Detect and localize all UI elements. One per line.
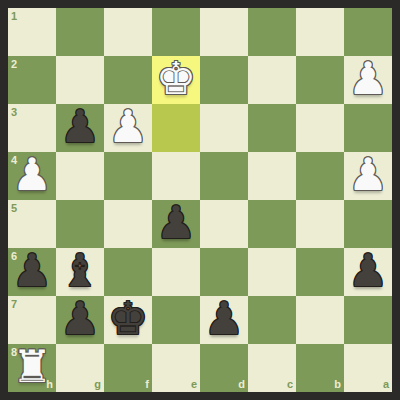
white-king[interactable]: ♚ bbox=[156, 55, 196, 103]
square-d1[interactable] bbox=[200, 8, 248, 56]
file-label-e: e bbox=[191, 379, 197, 390]
black-pawn[interactable]: ♟ bbox=[12, 247, 52, 295]
square-e7[interactable] bbox=[152, 296, 200, 344]
square-f7[interactable]: ♚ bbox=[104, 296, 152, 344]
square-d5[interactable] bbox=[200, 200, 248, 248]
square-e4[interactable] bbox=[152, 152, 200, 200]
square-g3[interactable]: ♟ bbox=[56, 104, 104, 152]
square-d6[interactable] bbox=[200, 248, 248, 296]
square-a7[interactable] bbox=[344, 296, 392, 344]
square-d7[interactable]: ♟ bbox=[200, 296, 248, 344]
square-h3[interactable]: 3 bbox=[8, 104, 56, 152]
square-f5[interactable] bbox=[104, 200, 152, 248]
square-d8[interactable]: d bbox=[200, 344, 248, 392]
square-g2[interactable] bbox=[56, 56, 104, 104]
black-bishop[interactable]: ♝ bbox=[60, 247, 100, 295]
chess-board: 12♚♟3♟♟4♟♟5♟6♟♝♟7♟♚♟8h♜gfedcba bbox=[8, 8, 392, 392]
square-b4[interactable] bbox=[296, 152, 344, 200]
square-b6[interactable] bbox=[296, 248, 344, 296]
square-a4[interactable]: ♟ bbox=[344, 152, 392, 200]
white-pawn[interactable]: ♟ bbox=[348, 55, 388, 103]
file-label-d: d bbox=[238, 379, 245, 390]
square-f4[interactable] bbox=[104, 152, 152, 200]
square-e3[interactable] bbox=[152, 104, 200, 152]
board-frame: 12♚♟3♟♟4♟♟5♟6♟♝♟7♟♚♟8h♜gfedcba bbox=[0, 0, 400, 400]
square-e1[interactable] bbox=[152, 8, 200, 56]
rank-label-5: 5 bbox=[11, 203, 17, 214]
square-d3[interactable] bbox=[200, 104, 248, 152]
square-c4[interactable] bbox=[248, 152, 296, 200]
black-pawn[interactable]: ♟ bbox=[204, 295, 244, 343]
square-c7[interactable] bbox=[248, 296, 296, 344]
white-pawn[interactable]: ♟ bbox=[348, 151, 388, 199]
square-c5[interactable] bbox=[248, 200, 296, 248]
square-a6[interactable]: ♟ bbox=[344, 248, 392, 296]
white-pawn[interactable]: ♟ bbox=[108, 103, 148, 151]
square-b5[interactable] bbox=[296, 200, 344, 248]
square-e6[interactable] bbox=[152, 248, 200, 296]
square-a2[interactable]: ♟ bbox=[344, 56, 392, 104]
square-h7[interactable]: 7 bbox=[8, 296, 56, 344]
black-pawn[interactable]: ♟ bbox=[156, 199, 196, 247]
file-label-g: g bbox=[94, 379, 101, 390]
square-f1[interactable] bbox=[104, 8, 152, 56]
square-g5[interactable] bbox=[56, 200, 104, 248]
black-pawn[interactable]: ♟ bbox=[348, 247, 388, 295]
square-f8[interactable]: f bbox=[104, 344, 152, 392]
square-g8[interactable]: g bbox=[56, 344, 104, 392]
square-b8[interactable]: b bbox=[296, 344, 344, 392]
square-c3[interactable] bbox=[248, 104, 296, 152]
rank-label-7: 7 bbox=[11, 299, 17, 310]
white-rook[interactable]: ♜ bbox=[12, 343, 52, 391]
black-king[interactable]: ♚ bbox=[108, 295, 148, 343]
rank-label-3: 3 bbox=[11, 107, 17, 118]
square-h6[interactable]: 6♟ bbox=[8, 248, 56, 296]
square-b7[interactable] bbox=[296, 296, 344, 344]
square-g1[interactable] bbox=[56, 8, 104, 56]
square-e5[interactable]: ♟ bbox=[152, 200, 200, 248]
rank-label-2: 2 bbox=[11, 59, 17, 70]
file-label-c: c bbox=[287, 379, 293, 390]
square-h8[interactable]: 8h♜ bbox=[8, 344, 56, 392]
square-c2[interactable] bbox=[248, 56, 296, 104]
square-e8[interactable]: e bbox=[152, 344, 200, 392]
file-label-b: b bbox=[334, 379, 341, 390]
square-a5[interactable] bbox=[344, 200, 392, 248]
square-g7[interactable]: ♟ bbox=[56, 296, 104, 344]
black-pawn[interactable]: ♟ bbox=[60, 103, 100, 151]
square-a3[interactable] bbox=[344, 104, 392, 152]
square-f6[interactable] bbox=[104, 248, 152, 296]
rank-label-1: 1 bbox=[11, 11, 17, 22]
square-f3[interactable]: ♟ bbox=[104, 104, 152, 152]
square-b2[interactable] bbox=[296, 56, 344, 104]
file-label-f: f bbox=[145, 379, 149, 390]
square-h2[interactable]: 2 bbox=[8, 56, 56, 104]
square-a8[interactable]: a bbox=[344, 344, 392, 392]
black-pawn[interactable]: ♟ bbox=[60, 295, 100, 343]
square-g6[interactable]: ♝ bbox=[56, 248, 104, 296]
square-h4[interactable]: 4♟ bbox=[8, 152, 56, 200]
file-label-a: a bbox=[383, 379, 389, 390]
square-b3[interactable] bbox=[296, 104, 344, 152]
square-c8[interactable]: c bbox=[248, 344, 296, 392]
square-d2[interactable] bbox=[200, 56, 248, 104]
square-b1[interactable] bbox=[296, 8, 344, 56]
square-h1[interactable]: 1 bbox=[8, 8, 56, 56]
square-e2[interactable]: ♚ bbox=[152, 56, 200, 104]
square-g4[interactable] bbox=[56, 152, 104, 200]
white-pawn[interactable]: ♟ bbox=[12, 151, 52, 199]
square-c6[interactable] bbox=[248, 248, 296, 296]
square-d4[interactable] bbox=[200, 152, 248, 200]
square-f2[interactable] bbox=[104, 56, 152, 104]
square-a1[interactable] bbox=[344, 8, 392, 56]
square-c1[interactable] bbox=[248, 8, 296, 56]
square-h5[interactable]: 5 bbox=[8, 200, 56, 248]
